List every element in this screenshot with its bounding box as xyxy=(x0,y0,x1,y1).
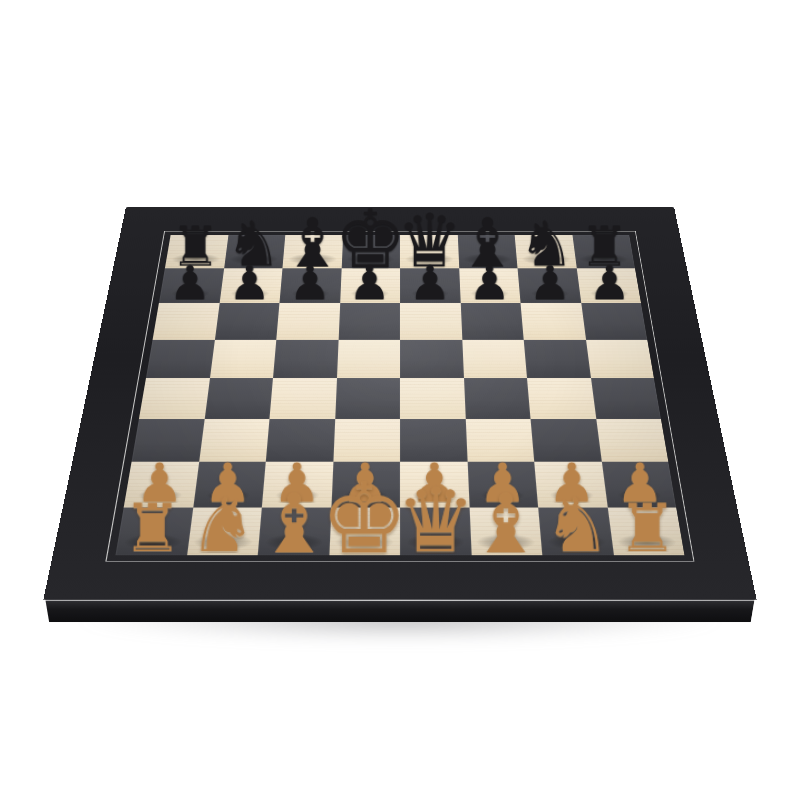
chess-board: ♜♞♝♚♛♝♞♜♟♟♟♟♟♟♟♟♟♟♟♟♟♟♟♟♜♞♝♚♛♝♞♜ xyxy=(43,207,757,600)
square-b6[interactable] xyxy=(214,303,279,340)
square-h6[interactable] xyxy=(581,303,648,340)
square-h4[interactable] xyxy=(591,378,662,419)
square-e5[interactable] xyxy=(400,339,464,378)
square-e6[interactable] xyxy=(400,303,462,340)
board-side-face xyxy=(46,600,755,622)
square-b5[interactable] xyxy=(210,339,277,378)
square-d5[interactable] xyxy=(337,339,401,378)
square-c6[interactable] xyxy=(276,303,339,340)
square-f5[interactable] xyxy=(462,339,527,378)
square-g5[interactable] xyxy=(524,339,591,378)
square-d4[interactable] xyxy=(335,378,400,419)
square-h5[interactable] xyxy=(586,339,654,378)
square-d6[interactable] xyxy=(338,303,400,340)
perspective-scene: ♜♞♝♚♛♝♞♜♟♟♟♟♟♟♟♟♟♟♟♟♟♟♟♟♜♞♝♚♛♝♞♜ xyxy=(0,0,800,800)
square-a6[interactable] xyxy=(153,303,220,340)
square-a4[interactable] xyxy=(139,378,210,419)
square-g6[interactable] xyxy=(521,303,586,340)
square-b4[interactable] xyxy=(204,378,273,419)
square-c5[interactable] xyxy=(273,339,338,378)
square-g4[interactable] xyxy=(527,378,596,419)
square-f6[interactable] xyxy=(460,303,523,340)
photo-background: ♜♞♝♚♛♝♞♜♟♟♟♟♟♟♟♟♟♟♟♟♟♟♟♟♜♞♝♚♛♝♞♜ xyxy=(0,0,800,800)
square-e4[interactable] xyxy=(400,378,465,419)
square-a5[interactable] xyxy=(146,339,214,378)
square-f4[interactable] xyxy=(464,378,531,419)
square-c4[interactable] xyxy=(269,378,336,419)
